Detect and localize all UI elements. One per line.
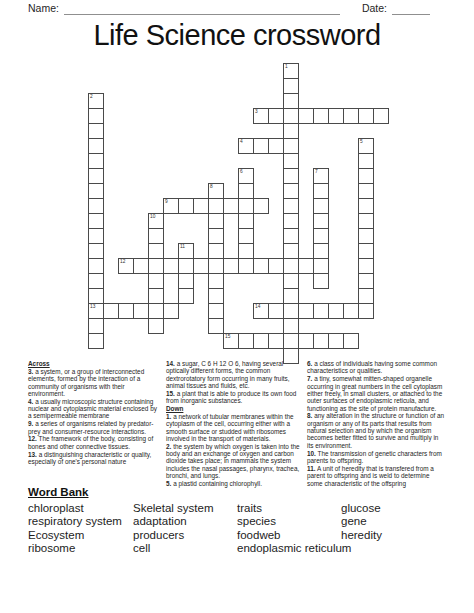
clue-number: 13 bbox=[90, 304, 95, 310]
grid-cell[interactable] bbox=[88, 183, 104, 199]
grid-cell[interactable] bbox=[358, 153, 374, 169]
grid-cell[interactable] bbox=[178, 198, 194, 214]
clue-number: 5 bbox=[360, 139, 363, 145]
grid-cell[interactable] bbox=[283, 93, 299, 109]
grid-cell[interactable] bbox=[298, 108, 314, 124]
clue-down-1: 1. a network of tubular membranes within… bbox=[166, 413, 305, 442]
clue-across-3: 3. a system, or a group of interconnecte… bbox=[28, 368, 162, 397]
grid-cell[interactable] bbox=[88, 213, 104, 229]
word-bank-item: species bbox=[237, 515, 351, 528]
grid-cell[interactable]: 4 bbox=[238, 138, 254, 154]
clue-number: 15 bbox=[225, 334, 230, 340]
grid-cell[interactable] bbox=[88, 258, 104, 274]
name-input-line[interactable] bbox=[64, 2, 340, 15]
grid-cell[interactable] bbox=[358, 168, 374, 184]
grid-cell[interactable] bbox=[238, 198, 254, 214]
clue-number: 7 bbox=[315, 169, 318, 175]
grid-cell[interactable] bbox=[328, 333, 344, 349]
clue-number: 10 bbox=[150, 214, 155, 220]
clue-number: 9 bbox=[165, 199, 168, 205]
word-bank: Word Bank chloroplast respiratory system… bbox=[28, 486, 446, 502]
date-input-line[interactable] bbox=[392, 2, 430, 15]
grid-cell[interactable] bbox=[298, 303, 314, 319]
grid-cell[interactable] bbox=[313, 198, 329, 214]
grid-cell[interactable] bbox=[133, 258, 149, 274]
word-bank-item: ribosome bbox=[28, 542, 122, 555]
grid-cell[interactable] bbox=[238, 228, 254, 244]
word-bank-column-2: Skeletal system adaptation producers cel… bbox=[133, 502, 214, 556]
grid-cell[interactable] bbox=[283, 183, 299, 199]
grid-cell[interactable] bbox=[283, 273, 299, 289]
grid-cell[interactable] bbox=[358, 228, 374, 244]
grid-cell[interactable] bbox=[133, 303, 149, 319]
grid-cell[interactable] bbox=[313, 333, 329, 349]
grid-cell[interactable] bbox=[313, 303, 329, 319]
grid-cell[interactable] bbox=[253, 333, 269, 349]
grid-cell[interactable] bbox=[283, 108, 299, 124]
clue-across-9: 9. a series of organisms related by pred… bbox=[28, 420, 162, 435]
grid-cell[interactable] bbox=[193, 198, 209, 214]
grid-cell[interactable] bbox=[328, 108, 344, 124]
grid-cell[interactable] bbox=[253, 198, 269, 214]
clue-number: 14 bbox=[255, 304, 260, 310]
grid-cell[interactable] bbox=[313, 258, 329, 274]
clue-number: 8 bbox=[210, 184, 213, 190]
grid-cell[interactable] bbox=[223, 258, 239, 274]
grid-cell[interactable] bbox=[238, 183, 254, 199]
word-bank-item: traits bbox=[237, 502, 351, 515]
grid-cell[interactable] bbox=[358, 273, 374, 289]
grid-cell[interactable] bbox=[283, 243, 299, 259]
grid-cell[interactable] bbox=[283, 333, 299, 349]
clue-column-3: 6. a class of individuals having some co… bbox=[307, 360, 446, 487]
grid-cell[interactable] bbox=[313, 228, 329, 244]
clue-across-4: 4. a usually microscopic structure conta… bbox=[28, 398, 162, 420]
down-header: Down bbox=[166, 405, 305, 412]
clue-down-7: 7. a tiny, somewhat mitten-shaped organe… bbox=[307, 375, 446, 412]
grid-cell[interactable] bbox=[208, 213, 224, 229]
grid-cell[interactable] bbox=[358, 198, 374, 214]
grid-cell[interactable] bbox=[283, 153, 299, 169]
grid-cell[interactable] bbox=[283, 138, 299, 154]
word-bank-item: producers bbox=[133, 529, 214, 542]
grid-cell[interactable] bbox=[283, 258, 299, 274]
grid-cell[interactable] bbox=[358, 243, 374, 259]
clue-number: 6 bbox=[240, 169, 243, 175]
grid-cell[interactable] bbox=[283, 228, 299, 244]
grid-cell[interactable]: 11 bbox=[178, 243, 194, 259]
date-label: Date: bbox=[362, 2, 387, 15]
grid-cell[interactable]: 14 bbox=[253, 303, 269, 319]
clue-column-2: 14. a sugar, C 6 H 12 O 6, having severa… bbox=[166, 360, 305, 488]
word-bank-item: Ecosystem bbox=[28, 529, 122, 542]
grid-cell[interactable] bbox=[283, 78, 299, 94]
grid-cell[interactable] bbox=[178, 273, 194, 289]
word-bank-title: Word Bank bbox=[28, 486, 446, 498]
clue-across-13: 13. a distinguishing characteristic or q… bbox=[28, 451, 162, 466]
grid-cell[interactable] bbox=[148, 243, 164, 259]
grid-cell[interactable] bbox=[268, 303, 284, 319]
grid-cell[interactable]: 1 bbox=[283, 63, 299, 79]
grid-cell[interactable] bbox=[88, 243, 104, 259]
grid-cell[interactable] bbox=[88, 168, 104, 184]
grid-cell[interactable] bbox=[268, 258, 284, 274]
across-header: Across bbox=[28, 360, 162, 367]
grid-cell[interactable] bbox=[118, 303, 134, 319]
page-title: Life Science crossword bbox=[0, 19, 474, 52]
grid-cell[interactable] bbox=[178, 258, 194, 274]
grid-cell[interactable] bbox=[88, 198, 104, 214]
grid-cell[interactable] bbox=[88, 153, 104, 169]
grid-cell[interactable] bbox=[358, 108, 374, 124]
clue-down-10: 10. The transmission of genetic characte… bbox=[307, 450, 446, 465]
grid-cell[interactable] bbox=[88, 138, 104, 154]
grid-cell[interactable] bbox=[208, 303, 224, 319]
grid-cell[interactable] bbox=[103, 303, 119, 319]
clue-down-6: 6. a class of individuals having some co… bbox=[307, 360, 446, 375]
word-bank-item: endoplasmic reticulum bbox=[237, 542, 351, 555]
clue-down-2: 2. the system by which oxygen is taken i… bbox=[166, 443, 305, 480]
grid-cell[interactable] bbox=[148, 273, 164, 289]
grid-cell[interactable] bbox=[358, 258, 374, 274]
word-bank-item: Skeletal system bbox=[133, 502, 214, 515]
grid-cell[interactable] bbox=[358, 303, 374, 319]
clue-number: 3 bbox=[255, 109, 258, 115]
clue-down-11: 11. A unit of heredity that is transfere… bbox=[307, 465, 446, 487]
word-bank-item: adaptation bbox=[133, 515, 214, 528]
grid-cell[interactable] bbox=[178, 288, 194, 304]
grid-cell[interactable] bbox=[208, 288, 224, 304]
word-bank-column-1: chloroplast respiratory system Ecosystem… bbox=[28, 502, 122, 556]
grid-cell[interactable] bbox=[208, 258, 224, 274]
grid-cell[interactable] bbox=[283, 213, 299, 229]
grid-cell[interactable] bbox=[283, 303, 299, 319]
grid-cell[interactable] bbox=[373, 108, 389, 124]
clue-down-8: 8. any alteration in the structure or fu… bbox=[307, 412, 446, 449]
grid-cell[interactable] bbox=[208, 318, 224, 334]
grid-cell[interactable] bbox=[148, 303, 164, 319]
grid-cell[interactable] bbox=[208, 228, 224, 244]
grid-cell[interactable]: 7 bbox=[313, 168, 329, 184]
word-bank-item: gene bbox=[341, 515, 382, 528]
grid-cell[interactable] bbox=[238, 243, 254, 259]
clue-across-12: 12. The framework of the body, consistin… bbox=[28, 435, 162, 450]
grid-cell[interactable] bbox=[283, 288, 299, 304]
grid-cell[interactable] bbox=[283, 123, 299, 139]
clue-number: 4 bbox=[240, 139, 243, 145]
grid-cell[interactable] bbox=[313, 243, 329, 259]
grid-cell[interactable] bbox=[268, 138, 284, 154]
grid-cell[interactable] bbox=[268, 333, 284, 349]
grid-cell[interactable] bbox=[88, 288, 104, 304]
clue-number: 2 bbox=[90, 94, 93, 100]
grid-cell[interactable] bbox=[358, 183, 374, 199]
grid-cell[interactable] bbox=[283, 198, 299, 214]
grid-cell[interactable] bbox=[238, 333, 254, 349]
word-bank-item: foodweb bbox=[237, 529, 351, 542]
grid-cell[interactable] bbox=[88, 318, 104, 334]
grid-cell[interactable] bbox=[238, 258, 254, 274]
grid-cell[interactable]: 13 bbox=[88, 303, 104, 319]
grid-cell[interactable] bbox=[148, 258, 164, 274]
crossword-grid: 121334567891011121415 bbox=[88, 63, 389, 364]
grid-cell[interactable] bbox=[358, 288, 374, 304]
grid-cell[interactable]: 15 bbox=[223, 333, 239, 349]
grid-cell[interactable] bbox=[298, 333, 314, 349]
grid-cell[interactable] bbox=[283, 168, 299, 184]
clue-across-14: 14. a sugar, C 6 H 12 O 6, having severa… bbox=[166, 360, 305, 389]
grid-cell[interactable] bbox=[298, 258, 314, 274]
grid-cell[interactable] bbox=[208, 273, 224, 289]
grid-cell[interactable] bbox=[313, 183, 329, 199]
word-bank-column-4: glucose gene heredity bbox=[341, 502, 382, 542]
grid-cell[interactable]: 12 bbox=[118, 258, 134, 274]
grid-cell[interactable]: 6 bbox=[238, 168, 254, 184]
grid-cell[interactable] bbox=[88, 123, 104, 139]
grid-cell[interactable] bbox=[88, 108, 104, 124]
grid-cell[interactable] bbox=[313, 213, 329, 229]
clue-across-15: 15. a plant that is able to produce its … bbox=[166, 390, 305, 405]
grid-cell[interactable] bbox=[148, 318, 164, 334]
grid-cell[interactable] bbox=[343, 303, 359, 319]
grid-cell[interactable] bbox=[163, 258, 179, 274]
clue-number: 11 bbox=[180, 244, 185, 250]
word-bank-item: cell bbox=[133, 542, 214, 555]
grid-cell[interactable]: 3 bbox=[253, 108, 269, 124]
clue-number: 1 bbox=[285, 64, 288, 70]
grid-cell[interactable] bbox=[88, 333, 104, 349]
grid-cell[interactable] bbox=[148, 228, 164, 244]
grid-cell[interactable] bbox=[268, 108, 284, 124]
clue-number: 12 bbox=[120, 259, 125, 265]
grid-cell[interactable]: 10 bbox=[148, 213, 164, 229]
word-bank-column-3: traits species foodweb endoplasmic retic… bbox=[237, 502, 351, 556]
grid-cell[interactable]: 9 bbox=[163, 198, 179, 214]
word-bank-item: chloroplast bbox=[28, 502, 122, 515]
name-label: Name: bbox=[28, 2, 59, 15]
grid-cell[interactable] bbox=[238, 213, 254, 229]
grid-cell[interactable] bbox=[343, 333, 359, 349]
word-bank-item: heredity bbox=[341, 529, 382, 542]
grid-cell[interactable]: 2 bbox=[88, 93, 104, 109]
clue-column-1: Across 3. a system, or a group of interc… bbox=[28, 360, 162, 466]
grid-cell[interactable] bbox=[88, 228, 104, 244]
grid-cell[interactable] bbox=[253, 138, 269, 154]
word-bank-item: glucose bbox=[341, 502, 382, 515]
grid-cell[interactable] bbox=[148, 288, 164, 304]
grid-cell[interactable] bbox=[358, 213, 374, 229]
grid-cell[interactable] bbox=[313, 273, 329, 289]
grid-cell[interactable] bbox=[208, 243, 224, 259]
grid-cell[interactable] bbox=[208, 198, 224, 214]
grid-cell[interactable] bbox=[163, 303, 179, 319]
word-bank-item: respiratory system bbox=[28, 515, 122, 528]
grid-cell[interactable] bbox=[343, 108, 359, 124]
grid-cell[interactable] bbox=[313, 108, 329, 124]
grid-cell[interactable] bbox=[88, 273, 104, 289]
name-date-row: Name: Date: bbox=[28, 2, 430, 15]
grid-cell[interactable] bbox=[253, 258, 269, 274]
grid-cell[interactable] bbox=[193, 258, 209, 274]
grid-cell[interactable]: 5 bbox=[358, 138, 374, 154]
grid-cell[interactable] bbox=[283, 318, 299, 334]
grid-cell[interactable] bbox=[223, 198, 239, 214]
grid-cell[interactable] bbox=[328, 303, 344, 319]
grid-cell[interactable]: 8 bbox=[208, 183, 224, 199]
